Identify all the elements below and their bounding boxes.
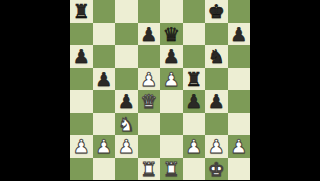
square-a2[interactable]: ♟ [70, 135, 93, 158]
square-a3[interactable] [70, 113, 93, 136]
white-pawn[interactable]: ♟ [140, 68, 157, 90]
square-g5[interactable] [205, 68, 228, 91]
square-g7[interactable] [205, 23, 228, 46]
square-e8[interactable] [160, 0, 183, 23]
black-pawn[interactable]: ♟ [118, 90, 135, 112]
square-d1[interactable]: ♜ [138, 158, 161, 181]
square-a6[interactable]: ♟ [70, 45, 93, 68]
square-d5[interactable]: ♟ [138, 68, 161, 91]
square-g4[interactable]: ♟ [205, 90, 228, 113]
square-h8[interactable] [228, 0, 251, 23]
black-king[interactable]: ♚ [208, 0, 225, 22]
square-a5[interactable] [70, 68, 93, 91]
square-g2[interactable]: ♟ [205, 135, 228, 158]
white-pawn[interactable]: ♟ [230, 135, 247, 157]
square-h7[interactable]: ♟ [228, 23, 251, 46]
white-queen[interactable]: ♛ [140, 90, 157, 112]
square-c1[interactable] [115, 158, 138, 181]
square-f4[interactable]: ♟ [183, 90, 206, 113]
square-g6[interactable]: ♞ [205, 45, 228, 68]
white-knight[interactable]: ♞ [118, 113, 135, 135]
letterbox-right [250, 0, 320, 180]
square-b5[interactable]: ♟ [93, 68, 116, 91]
letterbox-left [0, 0, 70, 180]
black-pawn[interactable]: ♟ [73, 45, 90, 67]
square-c8[interactable] [115, 0, 138, 23]
square-e7[interactable]: ♛ [160, 23, 183, 46]
square-b3[interactable] [93, 113, 116, 136]
square-e3[interactable] [160, 113, 183, 136]
square-f7[interactable] [183, 23, 206, 46]
square-d7[interactable]: ♟ [138, 23, 161, 46]
square-f2[interactable]: ♟ [183, 135, 206, 158]
square-b6[interactable] [93, 45, 116, 68]
square-g8[interactable]: ♚ [205, 0, 228, 23]
black-queen[interactable]: ♛ [163, 23, 180, 45]
square-h4[interactable] [228, 90, 251, 113]
square-c4[interactable]: ♟ [115, 90, 138, 113]
white-king[interactable]: ♚ [208, 158, 225, 180]
white-pawn[interactable]: ♟ [208, 135, 225, 157]
square-c7[interactable] [115, 23, 138, 46]
square-c5[interactable] [115, 68, 138, 91]
square-f6[interactable] [183, 45, 206, 68]
square-f8[interactable] [183, 0, 206, 23]
square-f3[interactable] [183, 113, 206, 136]
white-pawn[interactable]: ♟ [163, 68, 180, 90]
white-pawn[interactable]: ♟ [73, 135, 90, 157]
square-c3[interactable]: ♞ [115, 113, 138, 136]
square-e1[interactable]: ♜ [160, 158, 183, 181]
chess-app-viewport: ♜♚♟♛♟♟♟♞♟♟♟♜♟♛♟♟♞♟♟♟♟♟♟♜♜♚ [0, 0, 320, 180]
square-e2[interactable] [160, 135, 183, 158]
square-h3[interactable] [228, 113, 251, 136]
black-pawn[interactable]: ♟ [185, 90, 202, 112]
white-pawn[interactable]: ♟ [118, 135, 135, 157]
square-c2[interactable]: ♟ [115, 135, 138, 158]
square-a4[interactable] [70, 90, 93, 113]
black-pawn[interactable]: ♟ [95, 68, 112, 90]
square-d8[interactable] [138, 0, 161, 23]
square-b1[interactable] [93, 158, 116, 181]
chess-board: ♜♚♟♛♟♟♟♞♟♟♟♜♟♛♟♟♞♟♟♟♟♟♟♜♜♚ [70, 0, 250, 180]
black-rook[interactable]: ♜ [185, 68, 202, 90]
square-f1[interactable] [183, 158, 206, 181]
white-rook[interactable]: ♜ [163, 158, 180, 180]
square-f5[interactable]: ♜ [183, 68, 206, 91]
square-b4[interactable] [93, 90, 116, 113]
square-h1[interactable] [228, 158, 251, 181]
square-a1[interactable] [70, 158, 93, 181]
white-pawn[interactable]: ♟ [185, 135, 202, 157]
square-b7[interactable] [93, 23, 116, 46]
square-a8[interactable]: ♜ [70, 0, 93, 23]
square-g3[interactable] [205, 113, 228, 136]
black-rook[interactable]: ♜ [73, 0, 90, 22]
square-d2[interactable] [138, 135, 161, 158]
square-b2[interactable]: ♟ [93, 135, 116, 158]
black-pawn[interactable]: ♟ [230, 23, 247, 45]
square-a7[interactable] [70, 23, 93, 46]
black-pawn[interactable]: ♟ [140, 23, 157, 45]
square-c6[interactable] [115, 45, 138, 68]
square-h6[interactable] [228, 45, 251, 68]
square-h5[interactable] [228, 68, 251, 91]
square-d6[interactable] [138, 45, 161, 68]
black-pawn[interactable]: ♟ [163, 45, 180, 67]
square-b8[interactable] [93, 0, 116, 23]
square-e6[interactable]: ♟ [160, 45, 183, 68]
square-e4[interactable] [160, 90, 183, 113]
black-knight[interactable]: ♞ [208, 45, 225, 67]
white-rook[interactable]: ♜ [140, 158, 157, 180]
square-g1[interactable]: ♚ [205, 158, 228, 181]
black-pawn[interactable]: ♟ [208, 90, 225, 112]
square-d4[interactable]: ♛ [138, 90, 161, 113]
square-d3[interactable] [138, 113, 161, 136]
square-h2[interactable]: ♟ [228, 135, 251, 158]
square-e5[interactable]: ♟ [160, 68, 183, 91]
white-pawn[interactable]: ♟ [95, 135, 112, 157]
